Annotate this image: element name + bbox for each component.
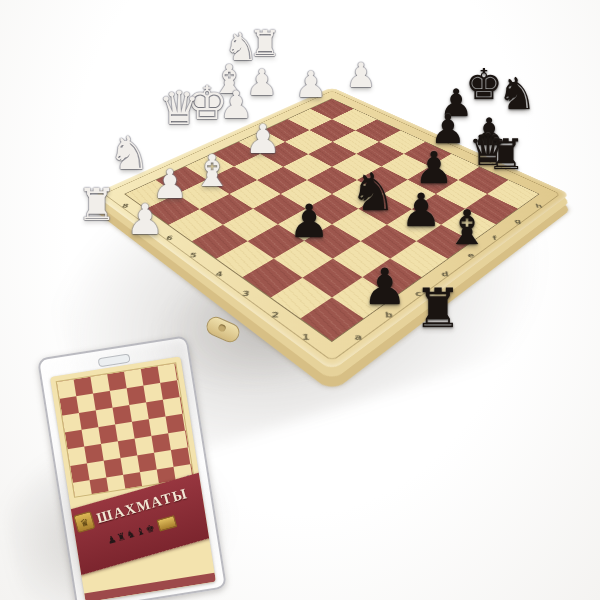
white-pawn-e7: ♟ — [219, 86, 253, 124]
square-e3 — [359, 194, 412, 225]
white-bishop-f8: ♝ — [211, 59, 247, 99]
white-pawn-g6: ♟ — [346, 58, 376, 92]
white-king-e8: ♚ — [186, 80, 227, 126]
package-mini-chessboard — [56, 362, 195, 498]
square-d3 — [332, 209, 387, 241]
gold-chip — [156, 515, 177, 531]
square-b3 — [274, 241, 332, 277]
crown-badge-icon: ♛ — [73, 511, 95, 533]
white-queen-d8: ♛ — [158, 85, 199, 131]
square-f2 — [412, 194, 465, 225]
silhouette-glyphs: ♟♜♞♝♚ — [106, 521, 157, 545]
white-rook-h8: ♜ — [249, 26, 281, 62]
white-pawn-f7: ♟ — [246, 65, 278, 101]
square-c5 — [252, 194, 305, 225]
white-knight-g8: ♞ — [224, 28, 258, 66]
